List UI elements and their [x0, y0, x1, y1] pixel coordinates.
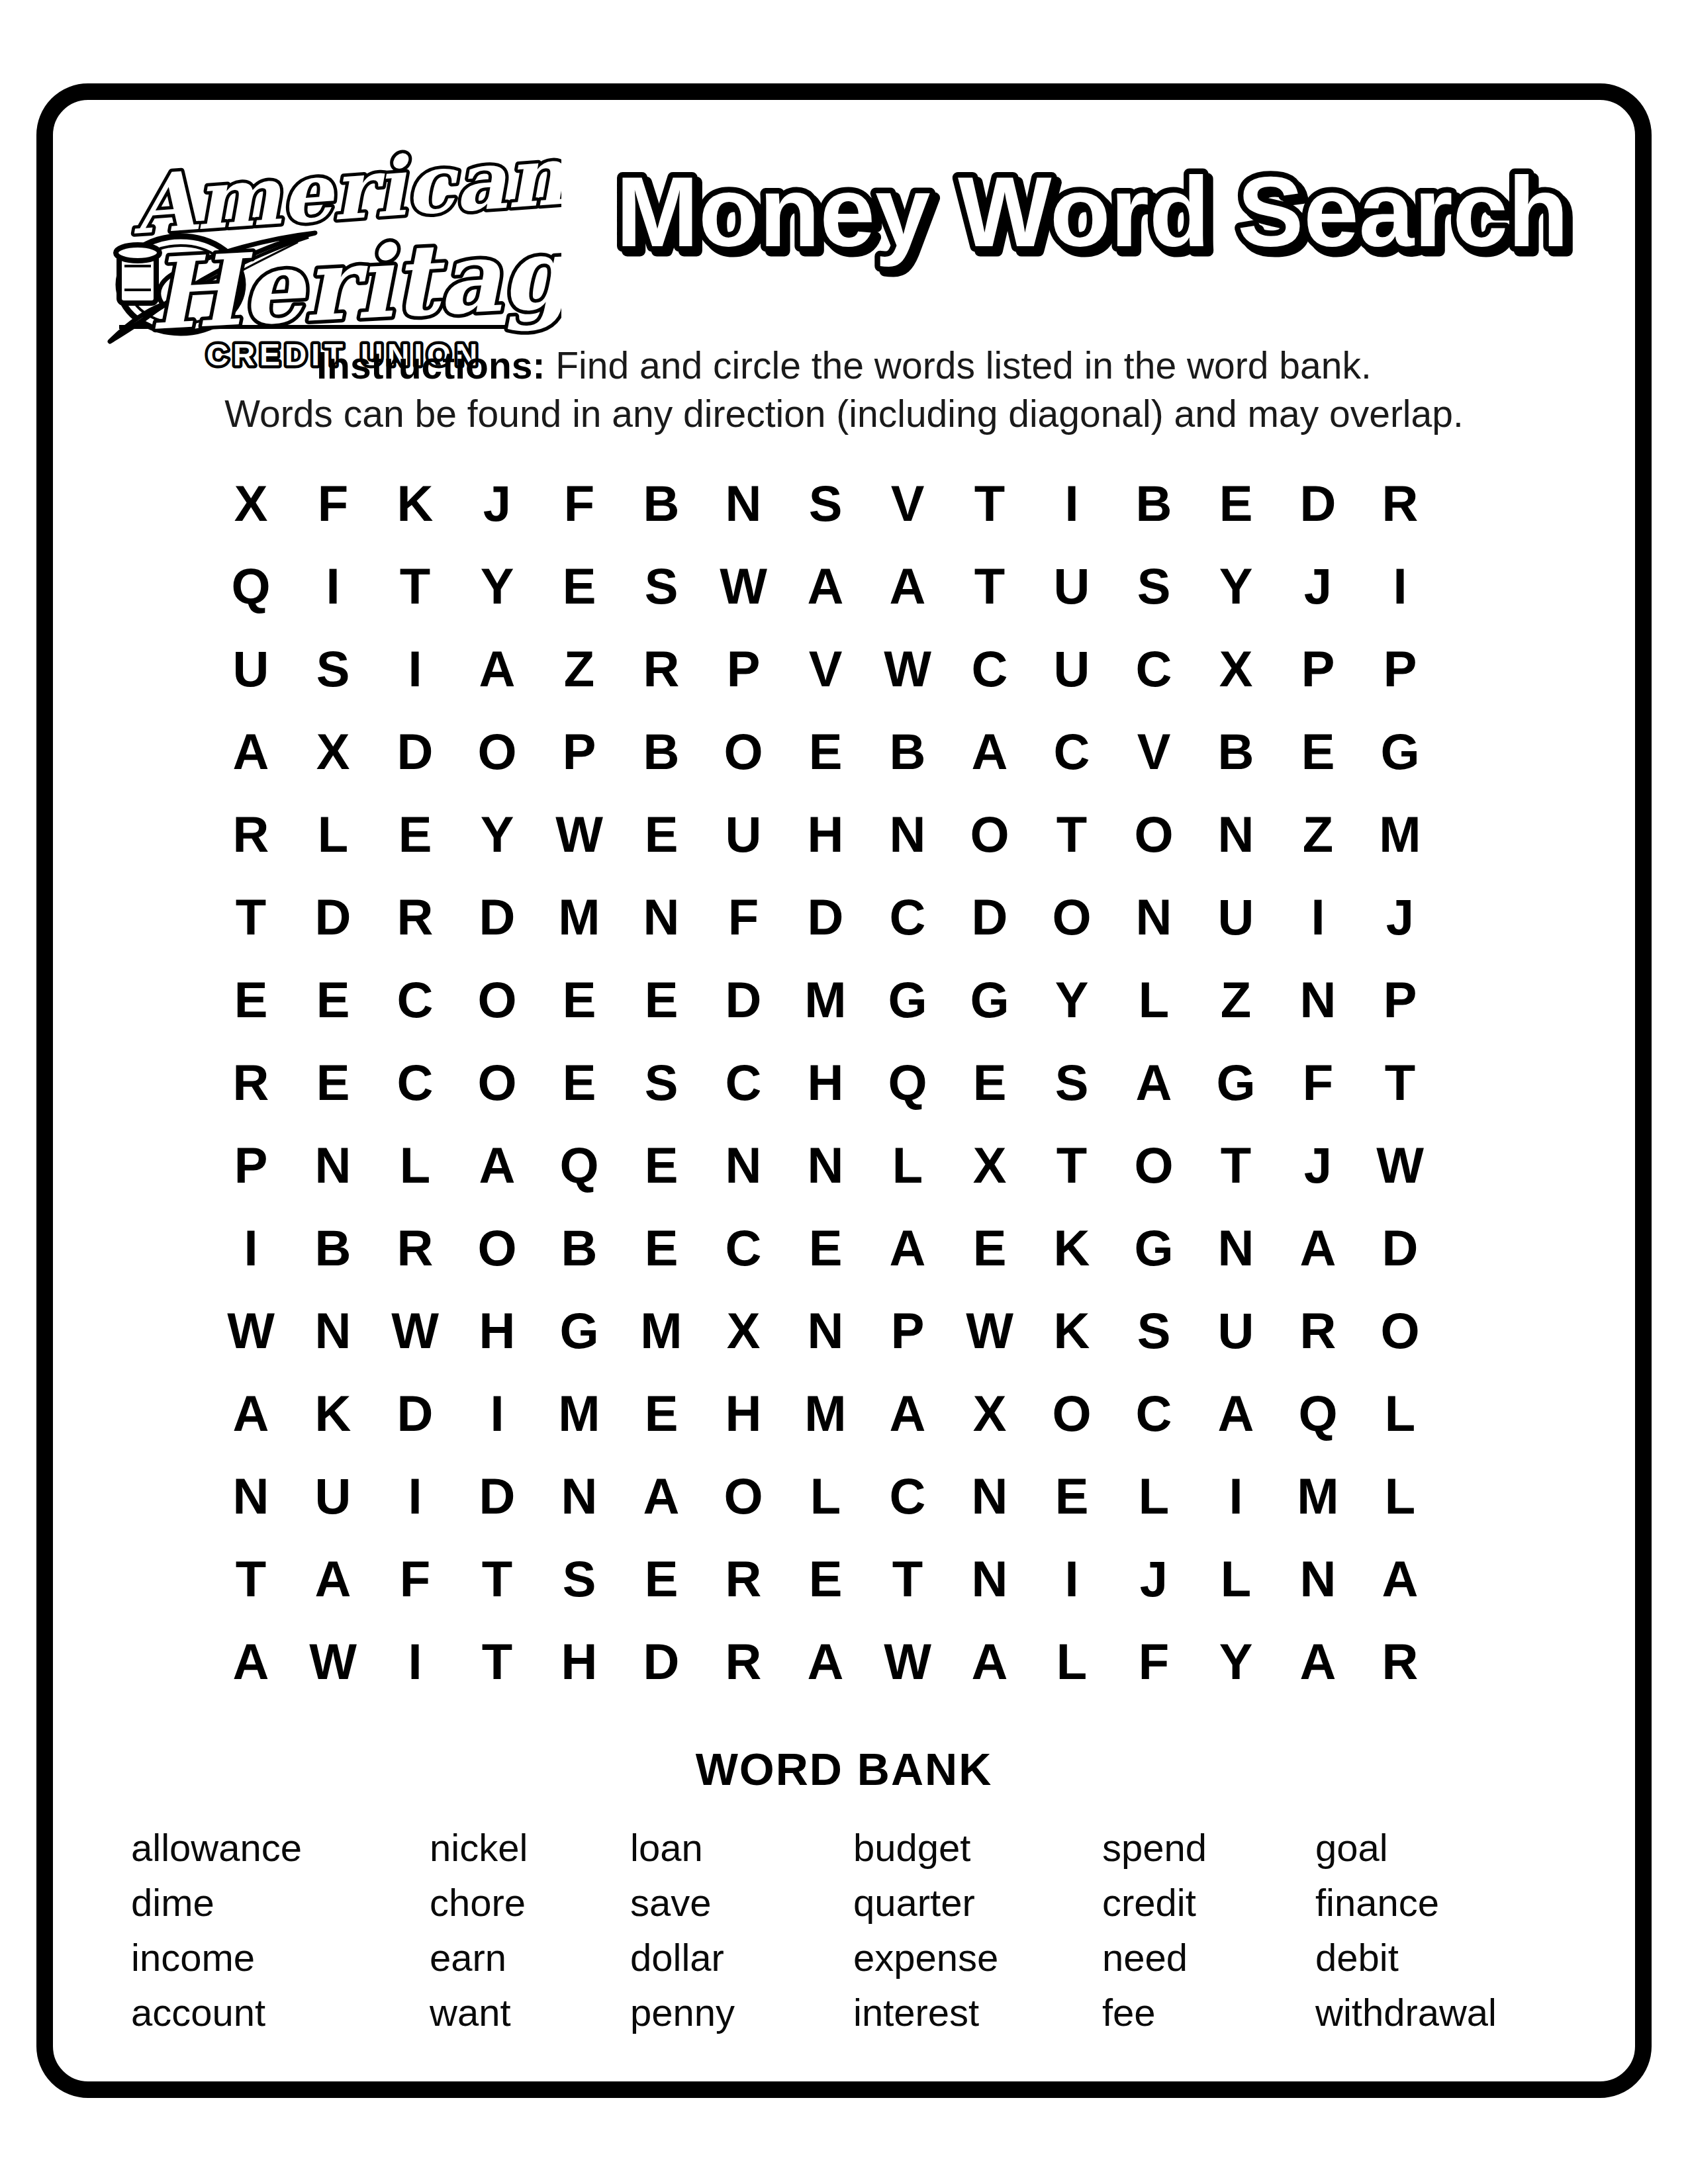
grid-cell-r14c3[interactable]: F	[374, 1537, 456, 1620]
grid-cell-r6c3[interactable]: R	[374, 876, 456, 958]
instructions-label: Instructions:	[316, 344, 545, 387]
grid-cell-r14c8[interactable]: E	[784, 1537, 867, 1620]
grid-cell-r14c13[interactable]: L	[1195, 1537, 1277, 1620]
grid-cell-r7c11[interactable]: Y	[1031, 958, 1113, 1041]
word-bank-column-1: allowancedimeincomeaccount	[131, 1820, 302, 2040]
grid-cell-r14c1[interactable]: T	[210, 1537, 292, 1620]
grid-cell-r15c7[interactable]: R	[702, 1620, 784, 1703]
grid-cell-r10c7[interactable]: C	[702, 1206, 784, 1289]
grid-cell-r11c7[interactable]: X	[702, 1289, 784, 1372]
grid-cell-r6c7[interactable]: F	[702, 876, 784, 958]
grid-cell-r2c3[interactable]: T	[374, 545, 456, 627]
grid-cell-r4c8[interactable]: E	[784, 710, 867, 793]
grid-cell-r7c5[interactable]: E	[538, 958, 620, 1041]
grid-cell-r13c9[interactable]: C	[867, 1455, 949, 1537]
grid-cell-r14c5[interactable]: S	[538, 1537, 620, 1620]
grid-cell-r5c5[interactable]: W	[538, 793, 620, 876]
grid-cell-r14c10[interactable]: N	[949, 1537, 1031, 1620]
grid-cell-r1c13[interactable]: E	[1195, 462, 1277, 545]
grid-cell-r8c9[interactable]: Q	[867, 1041, 949, 1124]
grid-cell-r13c10[interactable]: N	[949, 1455, 1031, 1537]
grid-cell-r9c2[interactable]: N	[292, 1124, 374, 1206]
grid-cell-r11c15[interactable]: O	[1359, 1289, 1441, 1372]
word-bank-item-dollar: dollar	[630, 1930, 735, 1985]
grid-cell-r7c12[interactable]: L	[1113, 958, 1195, 1041]
word-bank-item-chore: chore	[430, 1875, 528, 1930]
grid-cell-r3c7[interactable]: P	[702, 627, 784, 710]
grid-cell-r12c3[interactable]: D	[374, 1372, 456, 1455]
word-bank-item-credit: credit	[1102, 1875, 1207, 1930]
grid-cell-r4c15[interactable]: G	[1359, 710, 1441, 793]
grid-cell-r14c15[interactable]: A	[1359, 1537, 1441, 1620]
grid-cell-r7c13[interactable]: Z	[1195, 958, 1277, 1041]
grid-cell-r8c12[interactable]: A	[1113, 1041, 1195, 1124]
grid-cell-r1c8[interactable]: S	[784, 462, 867, 545]
grid-cell-r7c7[interactable]: D	[702, 958, 784, 1041]
grid-cell-r6c9[interactable]: C	[867, 876, 949, 958]
grid-cell-r12c14[interactable]: Q	[1277, 1372, 1359, 1455]
word-bank-item-goal: goal	[1315, 1820, 1497, 1875]
grid-cell-r6c10[interactable]: D	[949, 876, 1031, 958]
grid-cell-r4c10[interactable]: A	[949, 710, 1031, 793]
grid-cell-r11c9[interactable]: P	[867, 1289, 949, 1372]
grid-cell-r7c2[interactable]: E	[292, 958, 374, 1041]
grid-cell-r8c8[interactable]: H	[784, 1041, 867, 1124]
grid-cell-r3c5[interactable]: Z	[538, 627, 620, 710]
grid-cell-r3c4[interactable]: A	[456, 627, 538, 710]
grid-cell-r2c10[interactable]: T	[949, 545, 1031, 627]
grid-cell-r4c14[interactable]: E	[1277, 710, 1359, 793]
grid-cell-r6c4[interactable]: D	[456, 876, 538, 958]
grid-cell-r7c8[interactable]: M	[784, 958, 867, 1041]
grid-cell-r14c6[interactable]: E	[620, 1537, 702, 1620]
grid-cell-r1c10[interactable]: T	[949, 462, 1031, 545]
page-title: Money Word Search	[616, 156, 1568, 267]
grid-cell-r4c2[interactable]: X	[292, 710, 374, 793]
grid-cell-r1c7[interactable]: N	[702, 462, 784, 545]
grid-cell-r5c2[interactable]: L	[292, 793, 374, 876]
word-bank-item-penny: penny	[630, 1985, 735, 2040]
grid-cell-r3c6[interactable]: R	[620, 627, 702, 710]
grid-cell-r8c10[interactable]: E	[949, 1041, 1031, 1124]
grid-cell-r8c2[interactable]: E	[292, 1041, 374, 1124]
grid-cell-r15c3[interactable]: I	[374, 1620, 456, 1703]
grid-cell-r10c4[interactable]: O	[456, 1206, 538, 1289]
grid-cell-r8c4[interactable]: O	[456, 1041, 538, 1124]
instructions: Instructions: Find and circle the words …	[0, 341, 1688, 438]
grid-cell-r4c4[interactable]: O	[456, 710, 538, 793]
grid-cell-r5c3[interactable]: E	[374, 793, 456, 876]
grid-cell-r2c13[interactable]: Y	[1195, 545, 1277, 627]
grid-cell-r3c13[interactable]: X	[1195, 627, 1277, 710]
grid-cell-r4c7[interactable]: O	[702, 710, 784, 793]
grid-cell-r1c5[interactable]: F	[538, 462, 620, 545]
grid-cell-r10c3[interactable]: R	[374, 1206, 456, 1289]
grid-cell-r8c11[interactable]: S	[1031, 1041, 1113, 1124]
grid-cell-r14c9[interactable]: T	[867, 1537, 949, 1620]
grid-cell-r1c6[interactable]: B	[620, 462, 702, 545]
grid-cell-r1c14[interactable]: D	[1277, 462, 1359, 545]
word-bank-item-loan: loan	[630, 1820, 735, 1875]
grid-cell-r6c6[interactable]: N	[620, 876, 702, 958]
grid-cell-r2c15[interactable]: I	[1359, 545, 1441, 627]
grid-cell-r12c10[interactable]: X	[949, 1372, 1031, 1455]
word-bank-column-5: spendcreditneedfee	[1102, 1820, 1207, 2040]
grid-cell-r9c9[interactable]: L	[867, 1124, 949, 1206]
grid-cell-r1c3[interactable]: K	[374, 462, 456, 545]
grid-cell-r11c13[interactable]: U	[1195, 1289, 1277, 1372]
grid-cell-r3c10[interactable]: C	[949, 627, 1031, 710]
instructions-line-1: Instructions: Find and circle the words …	[0, 341, 1688, 390]
grid-cell-r15c4[interactable]: T	[456, 1620, 538, 1703]
word-bank: allowancedimeincomeaccountnickelchoreear…	[0, 1820, 1688, 2058]
grid-cell-r15c10[interactable]: A	[949, 1620, 1031, 1703]
grid-cell-r5c7[interactable]: U	[702, 793, 784, 876]
grid-cell-r7c14[interactable]: N	[1277, 958, 1359, 1041]
grid-cell-r2c5[interactable]: E	[538, 545, 620, 627]
grid-cell-r12c8[interactable]: M	[784, 1372, 867, 1455]
grid-cell-r8c5[interactable]: E	[538, 1041, 620, 1124]
word-bank-item-allowance: allowance	[131, 1820, 302, 1875]
grid-cell-r1c2[interactable]: F	[292, 462, 374, 545]
word-bank-item-account: account	[131, 1985, 302, 2040]
grid-cell-r15c2[interactable]: W	[292, 1620, 374, 1703]
grid-cell-r8c14[interactable]: F	[1277, 1041, 1359, 1124]
grid-cell-r15c14[interactable]: A	[1277, 1620, 1359, 1703]
word-bank-item-budget: budget	[853, 1820, 998, 1875]
grid-cell-r6c2[interactable]: D	[292, 876, 374, 958]
grid-cell-r12c5[interactable]: M	[538, 1372, 620, 1455]
word-bank-item-finance: finance	[1315, 1875, 1497, 1930]
grid-cell-r2c6[interactable]: S	[620, 545, 702, 627]
word-bank-item-quarter: quarter	[853, 1875, 998, 1930]
grid-cell-r8c1[interactable]: R	[210, 1041, 292, 1124]
grid-cell-r13c2[interactable]: U	[292, 1455, 374, 1537]
word-bank-item-debit: debit	[1315, 1930, 1497, 1985]
grid-cell-r11c5[interactable]: G	[538, 1289, 620, 1372]
grid-cell-r5c9[interactable]: N	[867, 793, 949, 876]
grid-cell-r1c12[interactable]: B	[1113, 462, 1195, 545]
grid-cell-r12c6[interactable]: E	[620, 1372, 702, 1455]
word-bank-column-6: goalfinancedebitwithdrawal	[1315, 1820, 1497, 2040]
grid-cell-r15c1[interactable]: A	[210, 1620, 292, 1703]
word-bank-item-need: need	[1102, 1930, 1207, 1985]
word-bank-column-3: loansavedollarpenny	[630, 1820, 735, 2040]
grid-cell-r3c8[interactable]: V	[784, 627, 867, 710]
grid-cell-r2c7[interactable]: W	[702, 545, 784, 627]
grid-cell-r9c7[interactable]: N	[702, 1124, 784, 1206]
grid-cell-r14c2[interactable]: A	[292, 1537, 374, 1620]
grid-cell-r10c6[interactable]: E	[620, 1206, 702, 1289]
grid-cell-r6c12[interactable]: N	[1113, 876, 1195, 958]
grid-cell-r9c14[interactable]: J	[1277, 1124, 1359, 1206]
grid-cell-r4c9[interactable]: B	[867, 710, 949, 793]
grid-cell-r10c13[interactable]: N	[1195, 1206, 1277, 1289]
grid-cell-r10c14[interactable]: A	[1277, 1206, 1359, 1289]
grid-cell-r5c10[interactable]: O	[949, 793, 1031, 876]
word-bank-item-spend: spend	[1102, 1820, 1207, 1875]
grid-cell-r3c14[interactable]: P	[1277, 627, 1359, 710]
grid-cell-r5c1[interactable]: R	[210, 793, 292, 876]
grid-cell-r11c6[interactable]: M	[620, 1289, 702, 1372]
grid-cell-r9c10[interactable]: X	[949, 1124, 1031, 1206]
grid-cell-r3c3[interactable]: I	[374, 627, 456, 710]
grid-cell-r9c4[interactable]: A	[456, 1124, 538, 1206]
grid-cell-r3c12[interactable]: C	[1113, 627, 1195, 710]
grid-cell-r6c15[interactable]: J	[1359, 876, 1441, 958]
grid-cell-r13c4[interactable]: D	[456, 1455, 538, 1537]
grid-cell-r14c11[interactable]: I	[1031, 1537, 1113, 1620]
grid-cell-r7c9[interactable]: G	[867, 958, 949, 1041]
grid-cell-r13c5[interactable]: N	[538, 1455, 620, 1537]
grid-cell-r13c7[interactable]: O	[702, 1455, 784, 1537]
instructions-line-2: Words can be found in any direction (inc…	[0, 390, 1688, 438]
grid-cell-r11c3[interactable]: W	[374, 1289, 456, 1372]
grid-cell-r11c11[interactable]: K	[1031, 1289, 1113, 1372]
grid-cell-r13c6[interactable]: A	[620, 1455, 702, 1537]
grid-cell-r4c1[interactable]: A	[210, 710, 292, 793]
grid-cell-r12c2[interactable]: K	[292, 1372, 374, 1455]
word-bank-item-dime: dime	[131, 1875, 302, 1930]
grid-cell-r13c14[interactable]: M	[1277, 1455, 1359, 1537]
instructions-text-2: Words can be found in any direction (inc…	[224, 392, 1464, 435]
grid-cell-r8c13[interactable]: G	[1195, 1041, 1277, 1124]
word-bank-item-withdrawal: withdrawal	[1315, 1985, 1497, 2040]
grid-cell-r1c11[interactable]: I	[1031, 462, 1113, 545]
grid-cell-r15c5[interactable]: H	[538, 1620, 620, 1703]
grid-cell-r2c14[interactable]: J	[1277, 545, 1359, 627]
grid-cell-r10c12[interactable]: G	[1113, 1206, 1195, 1289]
grid-cell-r4c13[interactable]: B	[1195, 710, 1277, 793]
grid-cell-r7c1[interactable]: E	[210, 958, 292, 1041]
grid-cell-r10c1[interactable]: I	[210, 1206, 292, 1289]
grid-cell-r10c5[interactable]: B	[538, 1206, 620, 1289]
grid-cell-r10c11[interactable]: K	[1031, 1206, 1113, 1289]
grid-cell-r7c10[interactable]: G	[949, 958, 1031, 1041]
grid-cell-r3c15[interactable]: P	[1359, 627, 1441, 710]
grid-cell-r11c1[interactable]: W	[210, 1289, 292, 1372]
page-title-block: Money Word Search	[556, 147, 1628, 286]
grid-cell-r4c6[interactable]: B	[620, 710, 702, 793]
grid-cell-r11c2[interactable]: N	[292, 1289, 374, 1372]
word-bank-item-interest: interest	[853, 1985, 998, 2040]
grid-cell-r2c11[interactable]: U	[1031, 545, 1113, 627]
grid-cell-r4c12[interactable]: V	[1113, 710, 1195, 793]
grid-cell-r15c8[interactable]: A	[784, 1620, 867, 1703]
grid-cell-r10c8[interactable]: E	[784, 1206, 867, 1289]
grid-cell-r10c2[interactable]: B	[292, 1206, 374, 1289]
grid-cell-r8c7[interactable]: C	[702, 1041, 784, 1124]
grid-cell-r11c12[interactable]: S	[1113, 1289, 1195, 1372]
grid-cell-r3c11[interactable]: U	[1031, 627, 1113, 710]
grid-cell-r2c4[interactable]: Y	[456, 545, 538, 627]
grid-cell-r5c15[interactable]: M	[1359, 793, 1441, 876]
grid-cell-r13c12[interactable]: L	[1113, 1455, 1195, 1537]
grid-cell-r9c12[interactable]: O	[1113, 1124, 1195, 1206]
grid-cell-r9c6[interactable]: E	[620, 1124, 702, 1206]
grid-cell-r14c7[interactable]: R	[702, 1537, 784, 1620]
word-bank-item-earn: earn	[430, 1930, 528, 1985]
grid-cell-r11c4[interactable]: H	[456, 1289, 538, 1372]
grid-cell-r12c4[interactable]: I	[456, 1372, 538, 1455]
grid-cell-r9c13[interactable]: T	[1195, 1124, 1277, 1206]
grid-cell-r1c4[interactable]: J	[456, 462, 538, 545]
grid-cell-r6c8[interactable]: D	[784, 876, 867, 958]
grid-cell-r15c9[interactable]: W	[867, 1620, 949, 1703]
grid-cell-r12c11[interactable]: O	[1031, 1372, 1113, 1455]
grid-cell-r7c15[interactable]: P	[1359, 958, 1441, 1041]
word-bank-item-fee: fee	[1102, 1985, 1207, 2040]
grid-cell-r12c1[interactable]: A	[210, 1372, 292, 1455]
grid-cell-r15c12[interactable]: F	[1113, 1620, 1195, 1703]
grid-cell-r15c6[interactable]: D	[620, 1620, 702, 1703]
grid-cell-r11c14[interactable]: R	[1277, 1289, 1359, 1372]
grid-cell-r15c15[interactable]: R	[1359, 1620, 1441, 1703]
grid-cell-r9c11[interactable]: T	[1031, 1124, 1113, 1206]
grid-cell-r13c1[interactable]: N	[210, 1455, 292, 1537]
grid-cell-r2c1[interactable]: Q	[210, 545, 292, 627]
grid-cell-r3c9[interactable]: W	[867, 627, 949, 710]
grid-cell-r1c15[interactable]: R	[1359, 462, 1441, 545]
grid-cell-r2c8[interactable]: A	[784, 545, 867, 627]
grid-cell-r10c10[interactable]: E	[949, 1206, 1031, 1289]
grid-cell-r4c3[interactable]: D	[374, 710, 456, 793]
word-bank-column-2: nickelchoreearnwant	[430, 1820, 528, 2040]
grid-cell-r10c9[interactable]: A	[867, 1206, 949, 1289]
grid-cell-r5c14[interactable]: Z	[1277, 793, 1359, 876]
grid-cell-r12c7[interactable]: H	[702, 1372, 784, 1455]
grid-cell-r1c9[interactable]: V	[867, 462, 949, 545]
grid-cell-r2c2[interactable]: I	[292, 545, 374, 627]
grid-cell-r11c8[interactable]: N	[784, 1289, 867, 1372]
grid-cell-r11c10[interactable]: W	[949, 1289, 1031, 1372]
word-bank-item-expense: expense	[853, 1930, 998, 1985]
grid-cell-r8c15[interactable]: T	[1359, 1041, 1441, 1124]
grid-cell-r5c11[interactable]: T	[1031, 793, 1113, 876]
grid-cell-r13c13[interactable]: I	[1195, 1455, 1277, 1537]
grid-cell-r13c15[interactable]: L	[1359, 1455, 1441, 1537]
grid-cell-r9c5[interactable]: Q	[538, 1124, 620, 1206]
word-bank-heading: WORD BANK	[0, 1743, 1688, 1795]
grid-cell-r6c13[interactable]: U	[1195, 876, 1277, 958]
grid-cell-r5c13[interactable]: N	[1195, 793, 1277, 876]
grid-cell-r7c6[interactable]: E	[620, 958, 702, 1041]
grid-cell-r3c1[interactable]: U	[210, 627, 292, 710]
grid-cell-r5c12[interactable]: O	[1113, 793, 1195, 876]
grid-cell-r2c12[interactable]: S	[1113, 545, 1195, 627]
grid-cell-r9c1[interactable]: P	[210, 1124, 292, 1206]
grid-cell-r12c12[interactable]: C	[1113, 1372, 1195, 1455]
grid-cell-r14c12[interactable]: J	[1113, 1537, 1195, 1620]
grid-cell-r9c3[interactable]: L	[374, 1124, 456, 1206]
grid-cell-r13c11[interactable]: E	[1031, 1455, 1113, 1537]
grid-cell-r7c3[interactable]: C	[374, 958, 456, 1041]
word-bank-item-nickel: nickel	[430, 1820, 528, 1875]
grid-cell-r15c11[interactable]: L	[1031, 1620, 1113, 1703]
grid-cell-r3c2[interactable]: S	[292, 627, 374, 710]
grid-cell-r9c15[interactable]: W	[1359, 1124, 1441, 1206]
grid-cell-r1c1[interactable]: X	[210, 462, 292, 545]
grid-cell-r5c4[interactable]: Y	[456, 793, 538, 876]
grid-cell-r4c5[interactable]: P	[538, 710, 620, 793]
grid-cell-r6c5[interactable]: M	[538, 876, 620, 958]
word-bank-item-income: income	[131, 1930, 302, 1985]
grid-cell-r15c13[interactable]: Y	[1195, 1620, 1277, 1703]
grid-cell-r9c8[interactable]: N	[784, 1124, 867, 1206]
grid-cell-r6c14[interactable]: I	[1277, 876, 1359, 958]
grid-cell-r5c8[interactable]: H	[784, 793, 867, 876]
grid-cell-r2c9[interactable]: A	[867, 545, 949, 627]
grid-cell-r12c9[interactable]: A	[867, 1372, 949, 1455]
word-bank-item-save: save	[630, 1875, 735, 1930]
grid-cell-r12c13[interactable]: A	[1195, 1372, 1277, 1455]
word-search-grid: XFKJFBNSVTIBEDRQITYESWAATUSYJIUSIAZRPVWC…	[210, 462, 1441, 1703]
grid-cell-r5c6[interactable]: E	[620, 793, 702, 876]
grid-cell-r14c4[interactable]: T	[456, 1537, 538, 1620]
grid-cell-r8c6[interactable]: S	[620, 1041, 702, 1124]
word-bank-column-4: budgetquarterexpenseinterest	[853, 1820, 998, 2040]
grid-cell-r4c11[interactable]: C	[1031, 710, 1113, 793]
grid-cell-r12c15[interactable]: L	[1359, 1372, 1441, 1455]
grid-cell-r8c3[interactable]: C	[374, 1041, 456, 1124]
grid-cell-r10c15[interactable]: D	[1359, 1206, 1441, 1289]
grid-cell-r7c4[interactable]: O	[456, 958, 538, 1041]
word-bank-item-want: want	[430, 1985, 528, 2040]
grid-cell-r6c11[interactable]: O	[1031, 876, 1113, 958]
grid-cell-r14c14[interactable]: N	[1277, 1537, 1359, 1620]
grid-cell-r13c8[interactable]: L	[784, 1455, 867, 1537]
grid-cell-r13c3[interactable]: I	[374, 1455, 456, 1537]
worksheet-page: { "game": "word-search", "header": { "lo…	[0, 0, 1688, 2184]
instructions-text-1: Find and circle the words listed in the …	[555, 344, 1371, 387]
grid-cell-r6c1[interactable]: T	[210, 876, 292, 958]
